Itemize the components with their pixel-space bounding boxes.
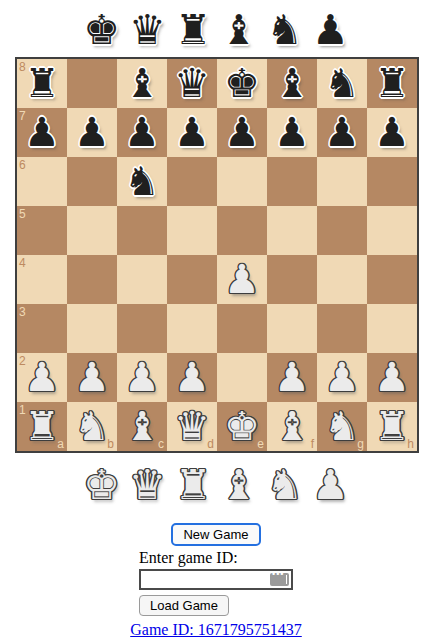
- file-label-c: c: [158, 438, 164, 450]
- rank-label-6: 6: [19, 159, 26, 171]
- square-c7[interactable]: ♟: [117, 108, 167, 157]
- chess-app-page: ♚♛♜♝♞♟ 8♜♝♛♚♝♞♜7♟♟♟♟♟♟♟♟6♞54♟32♟♟♟♟♟♟♟1a…: [0, 0, 432, 637]
- square-e6[interactable]: [217, 157, 267, 206]
- square-f8[interactable]: ♝: [267, 59, 317, 108]
- tray-piece-black-knight: ♞: [266, 6, 303, 54]
- piece-black-rook[interactable]: ♜: [367, 59, 417, 108]
- game-controls: New Game Enter game ID: ••• Load Game Ga…: [0, 523, 432, 637]
- square-a4[interactable]: 4: [17, 255, 67, 304]
- piece-white-pawn[interactable]: ♟: [117, 353, 167, 402]
- square-g6[interactable]: [317, 157, 367, 206]
- rank-label-5: 5: [19, 208, 26, 220]
- piece-black-pawn[interactable]: ♟: [317, 108, 367, 157]
- square-f1[interactable]: f♝: [267, 402, 317, 451]
- square-c6[interactable]: ♞: [117, 157, 167, 206]
- square-h2[interactable]: ♟: [367, 353, 417, 402]
- square-h4[interactable]: [367, 255, 417, 304]
- piece-black-queen[interactable]: ♛: [167, 59, 217, 108]
- square-b8[interactable]: [67, 59, 117, 108]
- piece-black-knight[interactable]: ♞: [117, 157, 167, 206]
- square-b5[interactable]: [67, 206, 117, 255]
- square-b3[interactable]: [67, 304, 117, 353]
- square-e4[interactable]: ♟: [217, 255, 267, 304]
- piece-black-pawn[interactable]: ♟: [217, 108, 267, 157]
- square-e2[interactable]: [217, 353, 267, 402]
- file-label-g: g: [357, 438, 364, 450]
- piece-black-pawn[interactable]: ♟: [367, 108, 417, 157]
- piece-black-pawn[interactable]: ♟: [167, 108, 217, 157]
- square-e8[interactable]: ♚: [217, 59, 267, 108]
- square-b2[interactable]: ♟: [67, 353, 117, 402]
- file-label-h: h: [407, 438, 414, 450]
- enter-game-id-label: Enter game ID:: [139, 549, 293, 566]
- square-e7[interactable]: ♟: [217, 108, 267, 157]
- file-label-e: e: [257, 438, 264, 450]
- square-a8[interactable]: 8♜: [17, 59, 67, 108]
- square-g3[interactable]: [317, 304, 367, 353]
- rank-label-2: 2: [19, 355, 26, 367]
- square-a5[interactable]: 5: [17, 206, 67, 255]
- square-h1[interactable]: h♜: [367, 402, 417, 451]
- square-d7[interactable]: ♟: [167, 108, 217, 157]
- square-a2[interactable]: 2♟: [17, 353, 67, 402]
- square-g7[interactable]: ♟: [317, 108, 367, 157]
- square-h7[interactable]: ♟: [367, 108, 417, 157]
- rank-label-7: 7: [19, 110, 26, 122]
- piece-black-pawn[interactable]: ♟: [67, 108, 117, 157]
- tray-piece-black-queen: ♛: [129, 6, 166, 54]
- piece-black-bishop[interactable]: ♝: [267, 59, 317, 108]
- square-e1[interactable]: e♚: [217, 402, 267, 451]
- load-game-button[interactable]: Load Game: [139, 595, 229, 616]
- tray-piece-black-pawn: ♟: [312, 6, 349, 54]
- piece-white-pawn[interactable]: ♟: [167, 353, 217, 402]
- tray-piece-white-knight: ♞: [266, 461, 303, 509]
- square-c5[interactable]: [117, 206, 167, 255]
- square-c2[interactable]: ♟: [117, 353, 167, 402]
- square-c8[interactable]: ♝: [117, 59, 167, 108]
- square-c3[interactable]: [117, 304, 167, 353]
- square-e3[interactable]: [217, 304, 267, 353]
- square-h3[interactable]: [367, 304, 417, 353]
- square-f3[interactable]: [267, 304, 317, 353]
- square-d8[interactable]: ♛: [167, 59, 217, 108]
- tray-piece-white-rook: ♜: [175, 461, 212, 509]
- rank-label-8: 8: [19, 61, 26, 73]
- square-d6[interactable]: [167, 157, 217, 206]
- piece-black-knight[interactable]: ♞: [317, 59, 367, 108]
- square-g4[interactable]: [317, 255, 367, 304]
- black-piece-tray: ♚♛♜♝♞♟: [0, 6, 432, 54]
- square-f4[interactable]: [267, 255, 317, 304]
- square-d2[interactable]: ♟: [167, 353, 217, 402]
- tray-piece-black-rook: ♜: [175, 6, 212, 54]
- square-c1[interactable]: c♝: [117, 402, 167, 451]
- square-d1[interactable]: d♛: [167, 402, 217, 451]
- rank-label-1: 1: [19, 404, 26, 416]
- square-h5[interactable]: [367, 206, 417, 255]
- load-game-form: Enter game ID: ••• Load Game: [139, 549, 293, 616]
- piece-white-pawn[interactable]: ♟: [267, 353, 317, 402]
- tray-piece-white-queen: ♛: [129, 461, 166, 509]
- square-a7[interactable]: 7♟: [17, 108, 67, 157]
- square-a6[interactable]: 6: [17, 157, 67, 206]
- piece-white-pawn[interactable]: ♟: [367, 353, 417, 402]
- tray-piece-white-bishop: ♝: [221, 461, 258, 509]
- game-id-link[interactable]: Game ID: 1671795751437: [130, 621, 302, 637]
- square-f7[interactable]: ♟: [267, 108, 317, 157]
- tray-piece-white-king: ♚: [83, 461, 120, 509]
- tray-piece-black-bishop: ♝: [221, 6, 258, 54]
- square-h8[interactable]: ♜: [367, 59, 417, 108]
- piece-black-pawn[interactable]: ♟: [117, 108, 167, 157]
- piece-black-bishop[interactable]: ♝: [117, 59, 167, 108]
- square-h6[interactable]: [367, 157, 417, 206]
- piece-white-pawn[interactable]: ♟: [67, 353, 117, 402]
- game-id-input-wrap: •••: [139, 569, 293, 590]
- square-g5[interactable]: [317, 206, 367, 255]
- square-f6[interactable]: [267, 157, 317, 206]
- rank-label-3: 3: [19, 306, 26, 318]
- tray-piece-black-king: ♚: [83, 6, 120, 54]
- autofill-dots-icon[interactable]: •••: [270, 573, 289, 586]
- square-b7[interactable]: ♟: [67, 108, 117, 157]
- file-label-a: a: [57, 438, 64, 450]
- rank-label-4: 4: [19, 257, 26, 269]
- piece-white-bishop[interactable]: ♝: [267, 402, 317, 451]
- file-label-f: f: [311, 438, 314, 450]
- chess-board: 8♜♝♛♚♝♞♜7♟♟♟♟♟♟♟♟6♞54♟32♟♟♟♟♟♟♟1a♜b♞c♝d♛…: [15, 57, 419, 453]
- file-label-d: d: [207, 438, 214, 450]
- file-label-b: b: [107, 438, 114, 450]
- piece-black-king[interactable]: ♚: [217, 59, 267, 108]
- square-g8[interactable]: ♞: [317, 59, 367, 108]
- square-d5[interactable]: [167, 206, 217, 255]
- square-d3[interactable]: [167, 304, 217, 353]
- square-f2[interactable]: ♟: [267, 353, 317, 402]
- tray-piece-white-pawn: ♟: [312, 461, 349, 509]
- square-b1[interactable]: b♞: [67, 402, 117, 451]
- new-game-button[interactable]: New Game: [171, 523, 260, 546]
- square-e5[interactable]: [217, 206, 267, 255]
- piece-white-pawn[interactable]: ♟: [217, 255, 267, 304]
- white-piece-tray: ♚♛♜♝♞♟: [0, 461, 432, 509]
- square-c4[interactable]: [117, 255, 167, 304]
- square-a3[interactable]: 3: [17, 304, 67, 353]
- square-b6[interactable]: [67, 157, 117, 206]
- square-d4[interactable]: [167, 255, 217, 304]
- game-id-input[interactable]: [141, 571, 291, 588]
- square-g1[interactable]: g♞: [317, 402, 367, 451]
- square-b4[interactable]: [67, 255, 117, 304]
- square-g2[interactable]: ♟: [317, 353, 367, 402]
- square-f5[interactable]: [267, 206, 317, 255]
- square-a1[interactable]: 1a♜: [17, 402, 67, 451]
- piece-black-pawn[interactable]: ♟: [267, 108, 317, 157]
- piece-white-pawn[interactable]: ♟: [317, 353, 367, 402]
